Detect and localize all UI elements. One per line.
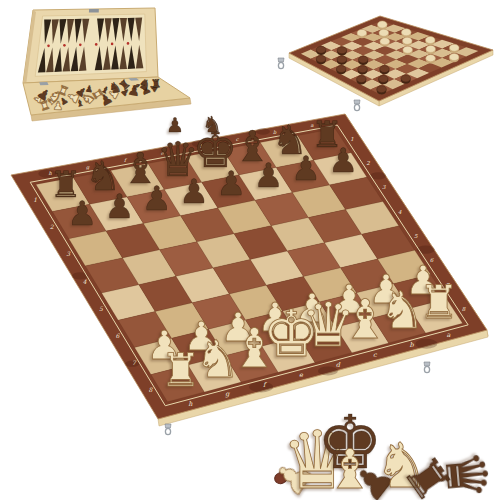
checker-disc xyxy=(316,46,326,53)
checker-disc xyxy=(401,75,411,82)
checker-disc xyxy=(358,56,368,63)
rank-label-right: 5 xyxy=(414,233,418,239)
hinge xyxy=(39,82,48,85)
red-dot xyxy=(95,43,98,46)
checker-disc xyxy=(403,46,413,53)
checker-disc xyxy=(426,55,436,62)
rank-label-left: 4 xyxy=(83,278,87,285)
metal-latch xyxy=(278,58,284,62)
rank-label-right: 6 xyxy=(430,257,434,263)
checker-disc xyxy=(380,66,390,73)
latch-ring xyxy=(278,62,283,68)
red-dot xyxy=(79,44,82,47)
checker-disc xyxy=(357,76,367,83)
burl-texture xyxy=(249,382,273,393)
checker-disc xyxy=(380,38,390,45)
checker-disc xyxy=(336,66,346,73)
product-photo: hhggffeeddccbbaa1122334455667788 ♟♜♟♝♟♞♟… xyxy=(0,0,500,500)
metal-latch xyxy=(424,362,430,366)
rank-label-left: 1 xyxy=(33,196,37,203)
checker-disc xyxy=(337,47,347,54)
red-dot xyxy=(127,42,130,45)
file-label-top: a xyxy=(310,122,313,128)
rank-label-right: 1 xyxy=(350,136,354,142)
storage-box xyxy=(23,8,191,121)
backgammon-lid xyxy=(23,8,158,85)
checker-disc xyxy=(402,37,412,44)
checker-disc xyxy=(449,44,459,51)
rank-label-right: 4 xyxy=(398,209,402,215)
file-label-bottom: a xyxy=(447,331,451,339)
checker-disc xyxy=(377,21,387,28)
checker-disc xyxy=(337,56,347,63)
burl-texture xyxy=(256,128,270,134)
red-dot xyxy=(111,43,114,46)
burl-texture xyxy=(38,170,56,178)
red-dot xyxy=(47,45,50,48)
rank-label-right: 3 xyxy=(382,184,386,190)
lid-clasp xyxy=(89,9,99,13)
rank-label-right: 8 xyxy=(462,306,466,312)
box-tray xyxy=(23,77,191,121)
checker-disc xyxy=(316,55,326,62)
red-dot xyxy=(63,44,66,47)
checker-disc xyxy=(378,75,388,82)
latch-ring xyxy=(424,366,429,372)
checker-disc xyxy=(401,29,411,36)
main-chess-board: hhggffeeddccbbaa1122334455667788 xyxy=(11,114,488,435)
checker-disc xyxy=(449,53,459,60)
checker-disc xyxy=(377,86,387,93)
metal-latch xyxy=(165,424,171,428)
checker-disc xyxy=(358,66,368,73)
latch-ring xyxy=(354,104,359,110)
checkers-board xyxy=(278,16,493,111)
rank-label-right: 2 xyxy=(366,160,370,166)
latch-ring xyxy=(165,428,170,434)
burl-texture xyxy=(415,339,437,349)
checker-disc xyxy=(357,29,367,36)
scene-graphic: hhggffeeddccbbaa1122334455667788 xyxy=(0,0,500,500)
checker-disc xyxy=(425,36,435,43)
checker-disc xyxy=(379,29,389,36)
metal-latch xyxy=(354,100,360,104)
checker-disc xyxy=(426,45,436,52)
